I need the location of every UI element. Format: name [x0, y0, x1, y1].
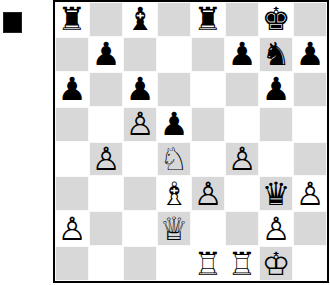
square-e4[interactable] — [191, 142, 225, 177]
square-h7[interactable]: ♟ — [293, 37, 327, 72]
piece-black-pawn: ♟ — [126, 72, 155, 106]
piece-black-pawn: ♟ — [228, 37, 257, 71]
square-b2[interactable] — [89, 211, 123, 246]
square-h6[interactable] — [293, 72, 327, 107]
square-e1[interactable]: ♖ — [191, 246, 225, 281]
piece-white-pawn: ♙ — [296, 177, 325, 211]
piece-black-pawn: ♟ — [262, 72, 291, 106]
square-a1[interactable] — [55, 246, 89, 281]
square-b4[interactable]: ♙ — [89, 142, 123, 177]
square-c1[interactable] — [123, 246, 157, 281]
piece-white-pawn: ♙ — [228, 142, 257, 176]
square-g8[interactable]: ♚ — [259, 2, 293, 37]
square-f1[interactable]: ♖ — [225, 246, 259, 281]
square-a5[interactable] — [55, 107, 89, 142]
piece-white-bishop: ♗ — [160, 177, 189, 211]
square-h5[interactable] — [293, 107, 327, 142]
piece-black-rook: ♜ — [194, 2, 223, 36]
piece-black-queen: ♛ — [262, 177, 291, 211]
square-e3[interactable]: ♙ — [191, 176, 225, 211]
square-f8[interactable] — [225, 2, 259, 37]
square-d7[interactable] — [157, 37, 191, 72]
square-b1[interactable] — [89, 246, 123, 281]
square-g3[interactable]: ♛ — [259, 176, 293, 211]
chess-board: ♜♝♜♚♟♟♞♟♟♟♟♙♟♙♘♙♗♙♛♙♙♕♙♖♖♔ — [53, 0, 329, 283]
piece-black-knight: ♞ — [262, 37, 291, 71]
piece-white-pawn: ♙ — [262, 212, 291, 246]
square-h8[interactable] — [293, 2, 327, 37]
square-b5[interactable] — [89, 107, 123, 142]
square-d8[interactable] — [157, 2, 191, 37]
square-a4[interactable] — [55, 142, 89, 177]
piece-black-rook: ♜ — [58, 2, 87, 36]
square-f5[interactable] — [225, 107, 259, 142]
square-b7[interactable]: ♟ — [89, 37, 123, 72]
piece-white-king: ♔ — [262, 247, 291, 281]
piece-white-rook: ♖ — [194, 247, 223, 281]
piece-black-pawn: ♟ — [296, 37, 325, 71]
square-c8[interactable]: ♝ — [123, 2, 157, 37]
piece-white-pawn: ♙ — [92, 142, 121, 176]
square-e7[interactable] — [191, 37, 225, 72]
square-d3[interactable]: ♗ — [157, 176, 191, 211]
square-f4[interactable]: ♙ — [225, 142, 259, 177]
square-d1[interactable] — [157, 246, 191, 281]
square-f6[interactable] — [225, 72, 259, 107]
square-d4[interactable]: ♘ — [157, 142, 191, 177]
piece-black-pawn: ♟ — [160, 107, 189, 141]
square-b6[interactable] — [89, 72, 123, 107]
square-f2[interactable] — [225, 211, 259, 246]
square-a7[interactable] — [55, 37, 89, 72]
square-c4[interactable] — [123, 142, 157, 177]
square-a6[interactable]: ♟ — [55, 72, 89, 107]
square-d5[interactable]: ♟ — [157, 107, 191, 142]
square-e5[interactable] — [191, 107, 225, 142]
square-g1[interactable]: ♔ — [259, 246, 293, 281]
square-e6[interactable] — [191, 72, 225, 107]
square-h1[interactable] — [293, 246, 327, 281]
square-a3[interactable] — [55, 176, 89, 211]
square-e8[interactable]: ♜ — [191, 2, 225, 37]
square-b3[interactable] — [89, 176, 123, 211]
square-h4[interactable] — [293, 142, 327, 177]
piece-white-queen: ♕ — [160, 212, 189, 246]
piece-white-pawn: ♙ — [58, 212, 87, 246]
square-h2[interactable] — [293, 211, 327, 246]
square-g4[interactable] — [259, 142, 293, 177]
square-c2[interactable] — [123, 211, 157, 246]
square-c5[interactable]: ♙ — [123, 107, 157, 142]
square-c6[interactable]: ♟ — [123, 72, 157, 107]
square-d2[interactable]: ♕ — [157, 211, 191, 246]
piece-white-pawn: ♙ — [194, 177, 223, 211]
piece-black-pawn: ♟ — [58, 72, 87, 106]
square-f3[interactable] — [225, 176, 259, 211]
chess-diagram: ♜♝♜♚♟♟♞♟♟♟♟♙♟♙♘♙♗♙♛♙♙♕♙♖♖♔ — [0, 0, 330, 285]
square-e2[interactable] — [191, 211, 225, 246]
square-c7[interactable] — [123, 37, 157, 72]
side-to-move-indicator — [3, 12, 22, 33]
square-c3[interactable] — [123, 176, 157, 211]
square-g7[interactable]: ♞ — [259, 37, 293, 72]
piece-black-pawn: ♟ — [92, 37, 121, 71]
piece-black-bishop: ♝ — [126, 2, 155, 36]
square-g2[interactable]: ♙ — [259, 211, 293, 246]
piece-white-pawn: ♙ — [126, 107, 155, 141]
square-h3[interactable]: ♙ — [293, 176, 327, 211]
square-g6[interactable]: ♟ — [259, 72, 293, 107]
piece-white-rook: ♖ — [228, 247, 257, 281]
square-d6[interactable] — [157, 72, 191, 107]
piece-black-king: ♚ — [262, 2, 291, 36]
square-b8[interactable] — [89, 2, 123, 37]
square-a8[interactable]: ♜ — [55, 2, 89, 37]
square-f7[interactable]: ♟ — [225, 37, 259, 72]
square-g5[interactable] — [259, 107, 293, 142]
piece-white-knight: ♘ — [160, 142, 189, 176]
square-a2[interactable]: ♙ — [55, 211, 89, 246]
